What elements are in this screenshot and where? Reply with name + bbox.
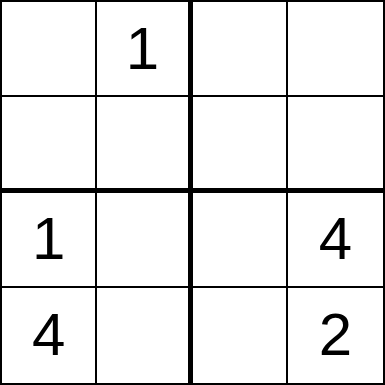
cell-r4c2[interactable] — [97, 288, 192, 383]
cell-r2c4[interactable] — [288, 97, 383, 192]
cell-r2c2[interactable] — [97, 97, 192, 192]
cell-r1c4[interactable] — [288, 2, 383, 97]
cell-r4c1[interactable]: 4 — [2, 288, 97, 383]
sudoku-board: 1 1 4 4 2 — [0, 0, 385, 385]
cell-r4c4[interactable]: 2 — [288, 288, 383, 383]
cell-r3c3[interactable] — [193, 193, 288, 288]
cell-r2c1[interactable] — [2, 97, 97, 192]
cell-r2c3[interactable] — [193, 97, 288, 192]
cell-r3c2[interactable] — [97, 193, 192, 288]
cell-r1c2[interactable]: 1 — [97, 2, 192, 97]
cell-r4c3[interactable] — [193, 288, 288, 383]
cell-r3c4[interactable]: 4 — [288, 193, 383, 288]
cell-r3c1[interactable]: 1 — [2, 193, 97, 288]
cell-r1c1[interactable] — [2, 2, 97, 97]
cell-r1c3[interactable] — [193, 2, 288, 97]
